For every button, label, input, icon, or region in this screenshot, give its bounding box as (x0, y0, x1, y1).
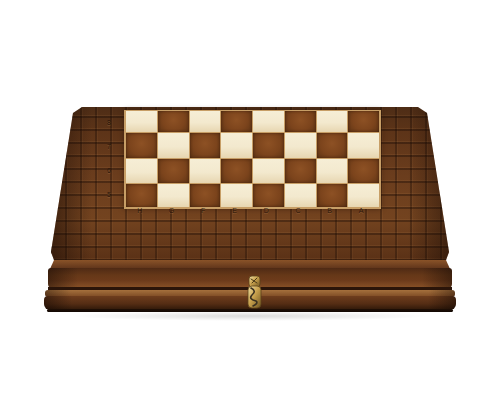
board-square (158, 184, 189, 207)
coordinate-label: 8 (99, 110, 119, 134)
board-square (190, 111, 221, 132)
coordinate-label: D (251, 205, 283, 215)
chess-board (124, 110, 381, 209)
coordinate-label: G (156, 205, 188, 215)
coordinate-label: F (187, 205, 219, 215)
board-square (348, 159, 379, 183)
board-square (285, 133, 316, 158)
coordinate-label: 7 (99, 134, 119, 158)
board-square (317, 184, 348, 207)
board-square (317, 159, 348, 183)
board-square (221, 159, 252, 183)
board-square (348, 133, 379, 158)
coordinate-label: B (314, 205, 346, 215)
board-square (221, 111, 252, 132)
board-square (285, 159, 316, 183)
board-square (317, 133, 348, 158)
coordinate-label: 5 (99, 182, 119, 206)
board-square (190, 184, 221, 207)
product-photo: 8765 HGFEDCBA (0, 0, 500, 400)
board-square (317, 111, 348, 132)
coordinate-label: H (124, 205, 156, 215)
board-square (253, 159, 284, 183)
board-square (348, 111, 379, 132)
board-square (285, 111, 316, 132)
board-square (126, 159, 157, 183)
board-square (253, 184, 284, 207)
board-square (126, 133, 157, 158)
board-square (221, 184, 252, 207)
board-square (158, 111, 189, 132)
coordinate-label: A (345, 205, 377, 215)
board-square (158, 133, 189, 158)
board-square (190, 133, 221, 158)
coordinate-label: C (282, 205, 314, 215)
board-square (221, 133, 252, 158)
board-square (285, 184, 316, 207)
coordinate-label: 6 (99, 158, 119, 182)
board-square (126, 184, 157, 207)
board-square (126, 111, 157, 132)
board-square (190, 159, 221, 183)
board-square (158, 159, 189, 183)
file-labels: HGFEDCBA (124, 205, 377, 215)
rank-labels: 8765 (99, 110, 119, 206)
board-square (253, 133, 284, 158)
board-square (348, 184, 379, 207)
ground-shadow (70, 311, 430, 321)
brass-clasp-icon (244, 275, 264, 311)
coordinate-label: E (219, 205, 251, 215)
board-square (253, 111, 284, 132)
